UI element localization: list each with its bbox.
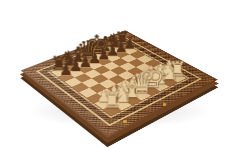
chess-set-photo: ♜♞♝♛♚♝♞♜♟♟♟♟♟♟♟♟♟♟♟♟♟♟♟♟♜♞♝♛♚♝♞♜ (0, 0, 240, 150)
brass-latch-icon (163, 103, 166, 106)
brass-hinge-icon (123, 120, 127, 123)
